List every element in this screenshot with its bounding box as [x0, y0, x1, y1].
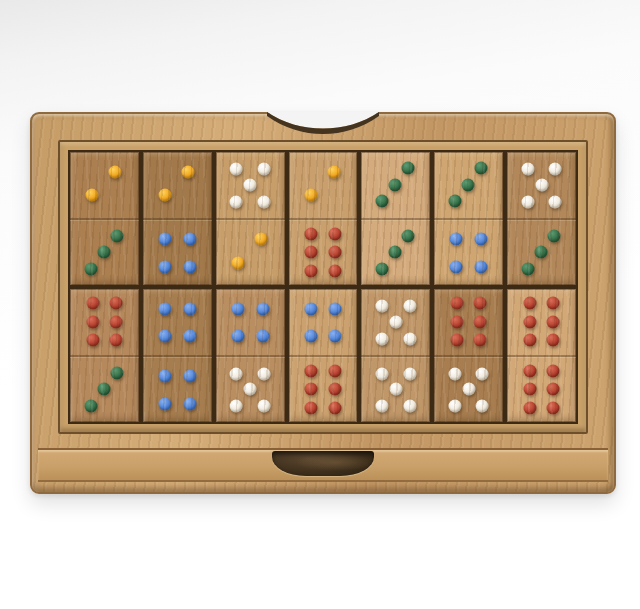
pip-blue	[183, 397, 196, 410]
pip-blue	[231, 302, 244, 315]
pip-white	[403, 367, 416, 380]
domino-2-6[interactable]	[289, 152, 358, 285]
pip-green	[376, 262, 389, 275]
pip-white	[403, 300, 416, 313]
pip-white	[244, 178, 257, 191]
pip-red	[451, 315, 464, 328]
pip-white	[230, 195, 243, 208]
domino-half-top	[507, 152, 576, 218]
pip-yellow	[182, 165, 195, 178]
pip-green	[402, 229, 415, 242]
domino-half-top	[289, 289, 358, 355]
domino-half-bottom	[143, 355, 212, 423]
pip-blue	[158, 302, 171, 315]
domino-half-top	[70, 152, 139, 218]
domino-half-bottom	[216, 355, 285, 423]
domino-5-3[interactable]	[507, 152, 576, 285]
pip-red	[305, 401, 318, 414]
pip-red	[305, 383, 318, 396]
domino-5-2[interactable]	[216, 152, 285, 285]
domino-half-bottom	[70, 355, 139, 423]
domino-half-bottom	[289, 218, 358, 286]
pip-white	[462, 383, 475, 396]
pip-red	[328, 227, 341, 240]
domino-tray	[58, 140, 588, 434]
pip-blue	[329, 302, 342, 315]
pip-blue	[329, 330, 342, 343]
pip-blue	[475, 233, 488, 246]
pip-red	[305, 227, 318, 240]
lid-slot-notch	[267, 112, 379, 141]
pip-white	[257, 163, 270, 176]
domino-3-3[interactable]	[361, 152, 430, 285]
domino-2-3[interactable]	[70, 152, 139, 285]
pip-white	[376, 400, 389, 413]
domino-half-bottom	[70, 218, 139, 286]
pip-red	[523, 383, 536, 396]
pip-yellow	[255, 233, 268, 246]
pip-white	[448, 400, 461, 413]
product-photo-background	[0, 0, 640, 609]
pip-blue	[183, 302, 196, 315]
domino-4-5[interactable]	[216, 289, 285, 422]
domino-half-top	[216, 152, 285, 218]
pip-red	[547, 364, 560, 377]
pip-red	[474, 334, 487, 347]
pip-white	[376, 332, 389, 345]
domino-half-bottom	[434, 355, 503, 423]
domino-half-bottom	[361, 218, 430, 286]
domino-half-top	[507, 289, 576, 355]
pip-blue	[158, 370, 171, 383]
pip-red	[523, 315, 536, 328]
pip-blue	[304, 302, 317, 315]
pip-green	[97, 246, 110, 259]
pip-red	[328, 401, 341, 414]
pip-white	[403, 332, 416, 345]
pip-white	[376, 300, 389, 313]
pip-yellow	[158, 189, 171, 202]
pip-white	[230, 367, 243, 380]
pip-red	[523, 334, 536, 347]
pip-red	[451, 297, 464, 310]
pip-white	[448, 367, 461, 380]
pip-blue	[231, 330, 244, 343]
pip-green	[84, 262, 97, 275]
domino-3-4[interactable]	[434, 152, 503, 285]
domino-6-6[interactable]	[507, 289, 576, 422]
pip-green	[110, 366, 123, 379]
pip-green	[475, 162, 488, 175]
pip-red	[474, 315, 487, 328]
domino-2-4[interactable]	[143, 152, 212, 285]
pip-green	[521, 262, 534, 275]
sliding-lid-edge	[38, 448, 608, 482]
pip-yellow	[328, 165, 341, 178]
pip-white	[521, 195, 534, 208]
domino-half-bottom	[143, 218, 212, 286]
pip-white	[549, 195, 562, 208]
domino-6-5[interactable]	[434, 289, 503, 422]
domino-half-bottom	[507, 355, 576, 423]
pip-white	[476, 367, 489, 380]
pip-blue	[183, 370, 196, 383]
pip-red	[451, 334, 464, 347]
domino-half-bottom	[216, 218, 285, 286]
pip-red	[328, 383, 341, 396]
pip-red	[305, 246, 318, 259]
domino-grid	[68, 150, 578, 424]
pip-green	[84, 399, 97, 412]
domino-half-top	[434, 152, 503, 218]
domino-4-6[interactable]	[289, 289, 358, 422]
domino-5-5[interactable]	[361, 289, 430, 422]
pip-white	[389, 383, 402, 396]
domino-half-top	[216, 289, 285, 355]
pip-red	[523, 364, 536, 377]
pip-red	[328, 264, 341, 277]
domino-half-bottom	[361, 355, 430, 423]
pip-red	[110, 315, 123, 328]
pip-red	[328, 364, 341, 377]
pip-blue	[158, 260, 171, 273]
pip-blue	[158, 233, 171, 246]
pip-red	[523, 401, 536, 414]
domino-half-top	[361, 289, 430, 355]
domino-half-bottom	[289, 355, 358, 423]
pip-yellow	[304, 189, 317, 202]
pip-red	[86, 315, 99, 328]
pip-blue	[450, 260, 463, 273]
pip-red	[328, 246, 341, 259]
domino-half-top	[289, 152, 358, 218]
pip-green	[110, 229, 123, 242]
domino-half-top	[361, 152, 430, 218]
domino-half-bottom	[507, 218, 576, 286]
domino-half-top	[143, 152, 212, 218]
pip-red	[547, 401, 560, 414]
pip-white	[230, 163, 243, 176]
pip-yellow	[86, 189, 99, 202]
pip-green	[97, 383, 110, 396]
pip-red	[86, 334, 99, 347]
pip-white	[230, 400, 243, 413]
pip-blue	[304, 330, 317, 343]
pip-red	[305, 364, 318, 377]
pip-red	[110, 334, 123, 347]
domino-half-top	[70, 289, 139, 355]
pip-blue	[183, 330, 196, 343]
domino-half-top	[143, 289, 212, 355]
pip-blue	[256, 330, 269, 343]
pip-white	[521, 163, 534, 176]
pip-blue	[450, 233, 463, 246]
pip-white	[549, 163, 562, 176]
pip-red	[523, 297, 536, 310]
pip-green	[448, 195, 461, 208]
lid-pull-handle[interactable]	[272, 451, 374, 476]
pip-red	[547, 334, 560, 347]
domino-4-4[interactable]	[143, 289, 212, 422]
pip-yellow	[231, 256, 244, 269]
pip-red	[305, 264, 318, 277]
pip-white	[257, 367, 270, 380]
pip-green	[462, 178, 475, 191]
pip-red	[474, 297, 487, 310]
pip-red	[110, 297, 123, 310]
pip-green	[547, 229, 560, 242]
pip-white	[535, 178, 548, 191]
pip-white	[389, 315, 402, 328]
pip-green	[534, 246, 547, 259]
pip-red	[86, 297, 99, 310]
pip-blue	[475, 260, 488, 273]
pip-white	[403, 400, 416, 413]
pip-blue	[183, 260, 196, 273]
pip-red	[547, 297, 560, 310]
pip-green	[389, 178, 402, 191]
pip-green	[389, 246, 402, 259]
pip-yellow	[109, 165, 122, 178]
pip-red	[547, 315, 560, 328]
domino-6-3[interactable]	[70, 289, 139, 422]
domino-half-bottom	[434, 218, 503, 286]
pip-white	[244, 383, 257, 396]
pip-blue	[158, 330, 171, 343]
pip-red	[547, 383, 560, 396]
pip-blue	[183, 233, 196, 246]
pip-green	[376, 195, 389, 208]
pip-white	[376, 367, 389, 380]
pip-white	[476, 400, 489, 413]
pip-green	[402, 162, 415, 175]
pip-blue	[256, 302, 269, 315]
wooden-domino-box	[30, 112, 616, 494]
domino-half-top	[434, 289, 503, 355]
pip-white	[257, 195, 270, 208]
pip-blue	[158, 397, 171, 410]
pip-white	[257, 400, 270, 413]
